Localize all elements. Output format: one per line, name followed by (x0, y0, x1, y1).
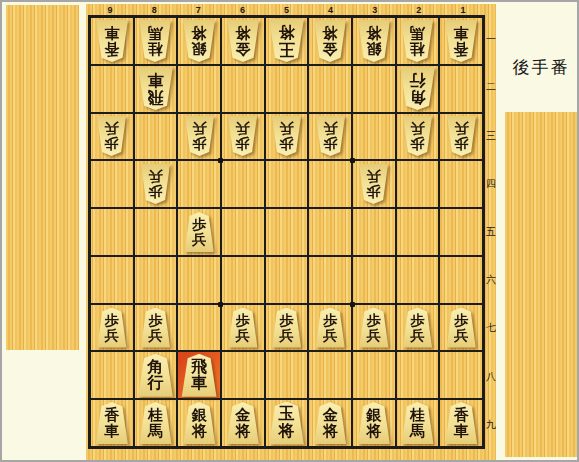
file-label: 5 (264, 4, 308, 15)
shogi-piece-gote[interactable]: 金将 (313, 20, 347, 62)
shogi-piece-gote[interactable]: 歩兵 (184, 116, 215, 156)
board-square-2六[interactable] (396, 256, 440, 304)
star-point (218, 302, 223, 307)
file-label: 3 (353, 4, 397, 15)
piece-face: 桂馬 (138, 402, 172, 444)
board-square-9五[interactable] (90, 208, 134, 256)
shogi-board: 987654321 香車桂馬銀将金将王将金将銀将桂馬香車飛車角行歩兵歩兵歩兵歩兵… (86, 4, 496, 460)
piece-face: 角行 (399, 67, 436, 110)
shogi-piece-gote[interactable]: 歩兵 (271, 116, 302, 156)
shogi-piece-sente[interactable]: 桂馬 (400, 402, 434, 444)
piece-face: 銀将 (357, 402, 391, 444)
file-label: 1 (441, 4, 485, 15)
board-square-9一[interactable]: 香車 (90, 17, 134, 65)
piece-face: 歩兵 (402, 308, 433, 348)
shogi-app: 後手番 987654321 香車桂馬銀将金将王将金将銀将桂馬香車飛車角行歩兵歩兵… (0, 0, 579, 462)
board-square-6一[interactable]: 金将 (221, 17, 265, 65)
piece-face: 桂馬 (400, 402, 434, 444)
board-square-1一[interactable]: 香車 (439, 17, 483, 65)
board-square-5四[interactable] (265, 160, 309, 208)
piece-face: 歩兵 (271, 308, 302, 348)
board-square-4六[interactable] (308, 256, 352, 304)
file-label: 9 (88, 4, 132, 15)
shogi-piece-sente[interactable]: 歩兵 (446, 308, 477, 348)
board-grid: 香車桂馬銀将金将王将金将銀将桂馬香車飛車角行歩兵歩兵歩兵歩兵歩兵歩兵歩兵歩兵歩兵… (88, 15, 485, 449)
board-square-6六[interactable] (221, 256, 265, 304)
shogi-piece-gote[interactable]: 香車 (95, 20, 129, 62)
board-square-8三[interactable] (134, 113, 178, 161)
board-square-6四[interactable] (221, 160, 265, 208)
board-square-5二[interactable] (265, 65, 309, 113)
piece-face: 歩兵 (315, 308, 346, 348)
shogi-piece-gote[interactable]: 歩兵 (315, 116, 346, 156)
piece-face: 歩兵 (184, 116, 215, 156)
shogi-piece-sente[interactable]: 歩兵 (96, 308, 127, 348)
rank-label: 四 (486, 160, 496, 208)
shogi-piece-gote[interactable]: 銀将 (357, 20, 391, 62)
board-square-4三[interactable]: 歩兵 (308, 113, 352, 161)
piece-face: 歩兵 (402, 116, 433, 156)
piece-face: 金将 (226, 20, 260, 62)
board-square-9九[interactable]: 香車 (90, 399, 134, 447)
rank-label: 一 (486, 15, 496, 63)
piece-face: 歩兵 (446, 308, 477, 348)
board-square-4二[interactable] (308, 65, 352, 113)
board-square-6八[interactable] (221, 351, 265, 399)
piece-face: 歩兵 (446, 116, 477, 156)
board-square-3二[interactable] (352, 65, 396, 113)
shogi-piece-gote[interactable]: 桂馬 (138, 20, 172, 62)
shogi-piece-gote[interactable]: 銀将 (182, 20, 216, 62)
board-square-8五[interactable] (134, 208, 178, 256)
shogi-piece-sente[interactable]: 歩兵 (402, 308, 433, 348)
board-square-1五[interactable] (439, 208, 483, 256)
board-square-2九[interactable]: 桂馬 (396, 399, 440, 447)
board-square-4九[interactable]: 金将 (308, 399, 352, 447)
board-square-1八[interactable] (439, 351, 483, 399)
shogi-piece-gote[interactable]: 桂馬 (400, 20, 434, 62)
board-square-5三[interactable]: 歩兵 (265, 113, 309, 161)
board-square-2三[interactable]: 歩兵 (396, 113, 440, 161)
board-square-1九[interactable]: 香車 (439, 399, 483, 447)
board-square-5八[interactable] (265, 351, 309, 399)
board-square-3九[interactable]: 銀将 (352, 399, 396, 447)
board-square-9四[interactable] (90, 160, 134, 208)
rank-labels: 一二三四五六七八九 (486, 15, 496, 449)
piece-face: 王将 (268, 19, 305, 62)
board-square-1六[interactable] (439, 256, 483, 304)
board-square-6五[interactable] (221, 208, 265, 256)
board-square-5一[interactable]: 王将 (265, 17, 309, 65)
file-label: 6 (220, 4, 264, 15)
board-square-4七[interactable]: 歩兵 (308, 304, 352, 352)
star-point (350, 302, 355, 307)
rank-label: 五 (486, 208, 496, 256)
shogi-piece-sente[interactable]: 銀将 (182, 402, 216, 444)
shogi-piece-gote[interactable]: 金将 (226, 20, 260, 62)
board-square-6三[interactable]: 歩兵 (221, 113, 265, 161)
piece-face: 歩兵 (315, 116, 346, 156)
shogi-piece-gote[interactable]: 歩兵 (402, 116, 433, 156)
board-square-2七[interactable]: 歩兵 (396, 304, 440, 352)
board-square-4一[interactable]: 金将 (308, 17, 352, 65)
board-square-6二[interactable] (221, 65, 265, 113)
piece-face: 歩兵 (227, 116, 258, 156)
file-label: 7 (176, 4, 220, 15)
board-square-9三[interactable]: 歩兵 (90, 113, 134, 161)
board-square-5九[interactable]: 玉将 (265, 399, 309, 447)
piece-face: 香車 (444, 20, 478, 62)
piece-face: 飛車 (137, 67, 174, 110)
board-square-2二[interactable]: 角行 (396, 65, 440, 113)
piece-face: 桂馬 (138, 20, 172, 62)
piece-face: 歩兵 (140, 308, 171, 348)
board-square-2四[interactable] (396, 160, 440, 208)
piece-face: 歩兵 (96, 308, 127, 348)
board-square-2五[interactable] (396, 208, 440, 256)
shogi-piece-sente[interactable]: 玉将 (268, 402, 305, 445)
board-square-6九[interactable]: 金将 (221, 399, 265, 447)
board-square-8七[interactable]: 歩兵 (134, 304, 178, 352)
star-point (350, 158, 355, 163)
shogi-piece-sente[interactable]: 歩兵 (184, 212, 215, 252)
shogi-piece-sente[interactable]: 歩兵 (315, 308, 346, 348)
file-label: 8 (132, 4, 176, 15)
board-square-8二[interactable]: 飛車 (134, 65, 178, 113)
board-square-2八[interactable] (396, 351, 440, 399)
shogi-piece-sente[interactable]: 歩兵 (140, 308, 171, 348)
piece-face: 歩兵 (96, 116, 127, 156)
board-square-5七[interactable]: 歩兵 (265, 304, 309, 352)
shogi-piece-sente[interactable]: 金将 (226, 402, 260, 444)
shogi-piece-gote[interactable]: 香車 (444, 20, 478, 62)
board-square-6七[interactable]: 歩兵 (221, 304, 265, 352)
piece-face: 角行 (137, 354, 174, 397)
rank-label: 九 (486, 401, 496, 449)
board-square-3六[interactable] (352, 256, 396, 304)
board-square-1四[interactable] (439, 160, 483, 208)
piece-face: 銀将 (182, 20, 216, 62)
board-square-8一[interactable]: 桂馬 (134, 17, 178, 65)
board-square-3五[interactable] (352, 208, 396, 256)
shogi-piece-sente[interactable]: 桂馬 (138, 402, 172, 444)
board-square-8四[interactable]: 歩兵 (134, 160, 178, 208)
piece-face: 香車 (444, 402, 478, 444)
piece-face: 金将 (313, 20, 347, 62)
board-square-9八[interactable] (90, 351, 134, 399)
shogi-piece-sente[interactable]: 歩兵 (227, 308, 258, 348)
board-square-7二[interactable] (177, 65, 221, 113)
shogi-piece-gote[interactable]: 飛車 (137, 67, 174, 110)
board-square-3一[interactable]: 銀将 (352, 17, 396, 65)
board-square-1二[interactable] (439, 65, 483, 113)
shogi-piece-sente[interactable]: 角行 (137, 354, 174, 397)
shogi-piece-sente[interactable]: 歩兵 (358, 308, 389, 348)
shogi-piece-gote[interactable]: 歩兵 (140, 164, 171, 204)
shogi-piece-sente[interactable]: 銀将 (357, 402, 391, 444)
board-square-7一[interactable]: 銀将 (177, 17, 221, 65)
board-square-8九[interactable]: 桂馬 (134, 399, 178, 447)
board-square-3七[interactable]: 歩兵 (352, 304, 396, 352)
board-square-7三[interactable]: 歩兵 (177, 113, 221, 161)
piece-face: 歩兵 (184, 212, 215, 252)
shogi-piece-gote[interactable]: 王将 (268, 19, 305, 62)
board-square-7七[interactable] (177, 304, 221, 352)
rank-label: 七 (486, 304, 496, 352)
board-square-7九[interactable]: 銀将 (177, 399, 221, 447)
board-square-7六[interactable] (177, 256, 221, 304)
shogi-piece-sente[interactable]: 飛車 (181, 354, 218, 397)
board-square-4五[interactable] (308, 208, 352, 256)
piece-face: 歩兵 (358, 164, 389, 204)
turn-indicator: 後手番 (501, 56, 579, 79)
piece-face: 金将 (226, 402, 260, 444)
file-labels: 987654321 (88, 4, 485, 15)
shogi-piece-gote[interactable]: 歩兵 (227, 116, 258, 156)
rank-label: 六 (486, 256, 496, 304)
star-point (218, 158, 223, 163)
shogi-piece-sente[interactable]: 香車 (95, 402, 129, 444)
board-square-5五[interactable] (265, 208, 309, 256)
board-square-8八[interactable]: 角行 (134, 351, 178, 399)
sente-piece-stand[interactable] (505, 112, 577, 457)
shogi-piece-gote[interactable]: 角行 (399, 67, 436, 110)
board-square-1三[interactable]: 歩兵 (439, 113, 483, 161)
piece-face: 玉将 (268, 402, 305, 445)
shogi-piece-sente[interactable]: 金将 (313, 402, 347, 444)
board-square-3三[interactable] (352, 113, 396, 161)
file-label: 2 (397, 4, 441, 15)
board-square-1七[interactable]: 歩兵 (439, 304, 483, 352)
piece-face: 歩兵 (271, 116, 302, 156)
shogi-piece-sente[interactable]: 歩兵 (271, 308, 302, 348)
rank-label: 二 (486, 63, 496, 111)
board-square-2一[interactable]: 桂馬 (396, 17, 440, 65)
shogi-piece-sente[interactable]: 香車 (444, 402, 478, 444)
shogi-piece-gote[interactable]: 歩兵 (446, 116, 477, 156)
file-label: 4 (309, 4, 353, 15)
piece-face: 金将 (313, 402, 347, 444)
piece-face: 歩兵 (227, 308, 258, 348)
rank-label: 八 (486, 353, 496, 401)
board-square-3八[interactable] (352, 351, 396, 399)
board-square-3四[interactable]: 歩兵 (352, 160, 396, 208)
board-square-7八[interactable]: 飛車 (177, 351, 221, 399)
board-square-4八[interactable] (308, 351, 352, 399)
piece-face: 銀将 (357, 20, 391, 62)
board-square-4四[interactable] (308, 160, 352, 208)
board-square-9六[interactable] (90, 256, 134, 304)
board-square-8六[interactable] (134, 256, 178, 304)
board-square-9二[interactable] (90, 65, 134, 113)
board-square-7五[interactable]: 歩兵 (177, 208, 221, 256)
gote-piece-stand[interactable] (6, 5, 79, 350)
piece-face: 桂馬 (400, 20, 434, 62)
board-square-9七[interactable]: 歩兵 (90, 304, 134, 352)
piece-face: 歩兵 (358, 308, 389, 348)
board-square-5六[interactable] (265, 256, 309, 304)
shogi-piece-gote[interactable]: 歩兵 (96, 116, 127, 156)
shogi-piece-gote[interactable]: 歩兵 (358, 164, 389, 204)
piece-face: 飛車 (181, 354, 218, 397)
board-square-7四[interactable] (177, 160, 221, 208)
rank-label: 三 (486, 111, 496, 159)
piece-face: 香車 (95, 402, 129, 444)
piece-face: 歩兵 (140, 164, 171, 204)
piece-face: 香車 (95, 20, 129, 62)
piece-face: 銀将 (182, 402, 216, 444)
